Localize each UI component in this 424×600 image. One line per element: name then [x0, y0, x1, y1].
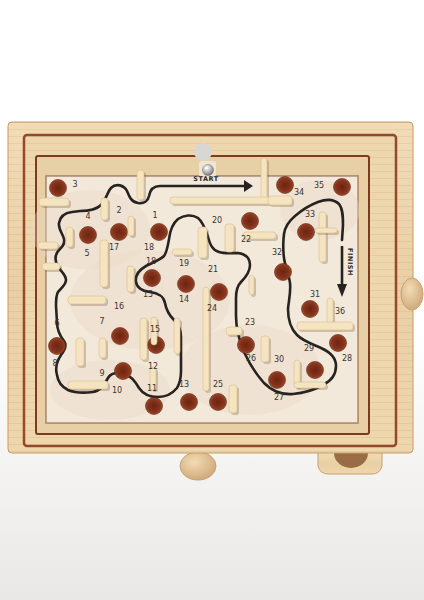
start-label: START: [193, 175, 218, 183]
hole: [307, 362, 324, 379]
wall-stick: [174, 318, 180, 354]
hole-number: 31: [310, 290, 320, 299]
hole-number: 24: [207, 304, 217, 313]
hole: [275, 264, 292, 281]
wall-stick: [294, 382, 326, 388]
hole-number: 36: [335, 307, 345, 316]
tilt-knob-right: [401, 278, 423, 310]
wall-stick: [319, 212, 326, 262]
hole: [334, 179, 351, 196]
wall-stick: [76, 338, 84, 366]
hole-number: 22: [241, 235, 251, 244]
hole-number: 32: [272, 248, 282, 257]
wall-stick: [127, 266, 134, 292]
hole-number: 5: [84, 249, 89, 258]
hole-number: 19: [179, 259, 189, 268]
wall-stick: [261, 336, 269, 362]
wall-stick: [261, 158, 267, 200]
wall-stick: [226, 327, 242, 335]
hole-number: 13: [179, 380, 189, 389]
hole-number: 7: [99, 317, 104, 326]
hole: [210, 394, 227, 411]
wall-stick: [38, 242, 58, 249]
wall-stick: [198, 227, 207, 258]
hole: [238, 337, 255, 354]
hole: [178, 276, 195, 293]
wall-stick: [225, 224, 234, 252]
wall-stick: [128, 216, 134, 236]
hole-number: 21: [208, 265, 218, 274]
hole-number: 30: [274, 355, 284, 364]
hole: [112, 328, 129, 345]
hole: [269, 372, 286, 389]
hole-number: 12: [148, 362, 158, 371]
hole: [49, 338, 66, 355]
hole: [80, 227, 97, 244]
hole-number: 18: [144, 243, 154, 252]
hole: [181, 394, 198, 411]
hole: [111, 224, 128, 241]
hole-number: 8: [52, 359, 57, 368]
labyrinth-photo: 3421517181819202122323334353136166715151…: [0, 0, 424, 600]
hole: [50, 180, 67, 197]
hole-number: 33: [305, 210, 315, 219]
hole: [146, 398, 163, 415]
wall-stick: [140, 318, 147, 360]
wall-stick: [99, 338, 106, 358]
hole-number: 27: [274, 393, 284, 402]
hole-number: 25: [213, 380, 223, 389]
hole-number: 28: [342, 354, 352, 363]
wall-stick: [315, 228, 337, 233]
hole-number: 17: [109, 243, 119, 252]
hole-number: 26: [246, 354, 256, 363]
wall-stick: [66, 227, 73, 247]
finish-label: FINISH: [346, 248, 354, 276]
wall-stick: [249, 275, 254, 295]
steel-ball-highlight: [205, 167, 208, 170]
hole-number: 10: [112, 386, 122, 395]
hole: [211, 284, 228, 301]
hole: [298, 224, 315, 241]
hole-number: 16: [114, 302, 124, 311]
labyrinth-board: 3421517181819202122323334353136166715151…: [0, 0, 424, 600]
wall-stick: [327, 298, 333, 324]
hole-number: 23: [245, 318, 255, 327]
hole-number: 4: [85, 212, 90, 221]
hole-number: 20: [212, 216, 222, 225]
hole: [115, 363, 132, 380]
wall-stick: [268, 196, 292, 205]
hole-number: 11: [147, 384, 157, 393]
hole: [302, 301, 319, 318]
wall-stick: [100, 240, 108, 287]
wall-stick: [68, 296, 106, 304]
hole-number: 3: [72, 180, 77, 189]
wall-stick: [101, 198, 108, 220]
hole-number: 1: [152, 211, 157, 220]
hole-number: 18: [146, 257, 156, 266]
hole-number: 2: [116, 206, 121, 215]
hole-number: 6: [54, 319, 59, 328]
hole-number: 29: [304, 344, 314, 353]
hole: [277, 177, 294, 194]
wall-stick: [42, 263, 60, 270]
hole-number: 34: [294, 188, 304, 197]
hole: [330, 335, 347, 352]
hole-number: 14: [179, 295, 189, 304]
hole-number: 9: [99, 369, 104, 378]
steel-ball: [203, 165, 214, 176]
hole: [151, 224, 168, 241]
wall-stick: [170, 197, 270, 204]
wall-stick: [68, 381, 108, 389]
frame-notch: [194, 143, 212, 161]
hole: [144, 270, 161, 287]
wall-stick: [229, 385, 237, 413]
hole-number: 15: [150, 325, 160, 334]
hole: [242, 213, 259, 230]
wall-stick: [137, 170, 144, 200]
tilt-knob-bottom: [180, 452, 216, 480]
hole-number: 15: [143, 290, 153, 299]
wall-stick: [297, 322, 353, 330]
hole-number: 35: [314, 181, 324, 190]
wall-stick: [39, 198, 69, 206]
wall-stick: [172, 249, 192, 255]
